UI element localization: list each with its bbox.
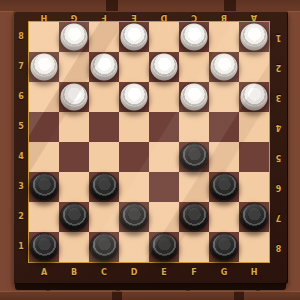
white-piece-a7[interactable] [31, 54, 58, 81]
white-piece-d6[interactable] [121, 84, 148, 111]
rank-label-right-3: 3 [269, 82, 288, 112]
rank-label-right-1: 1 [269, 22, 288, 52]
black-piece-a1[interactable] [31, 234, 58, 261]
rank-label-right-7: 7 [269, 202, 288, 232]
rank-label-right-6: 6 [269, 172, 288, 202]
rank-label-left-5: 5 [13, 112, 29, 142]
file-labels-top: HGFEDCBA [29, 11, 269, 22]
file-label-top-d: D [149, 13, 179, 21]
file-label-bottom-f: F [179, 269, 209, 277]
white-piece-g7[interactable] [211, 54, 238, 81]
rank-label-left-8: 8 [13, 22, 29, 52]
black-piece-f4[interactable] [181, 144, 208, 171]
black-piece-e1[interactable] [151, 234, 178, 261]
black-piece-d2[interactable] [121, 204, 148, 231]
black-piece-c1[interactable] [91, 234, 118, 261]
file-label-top-f: F [89, 13, 119, 21]
file-label-top-a: A [239, 13, 269, 21]
rank-label-left-7: 7 [13, 52, 29, 82]
file-label-top-h: H [29, 13, 59, 21]
file-label-top-g: G [59, 13, 89, 21]
file-label-bottom-g: G [209, 269, 239, 277]
board-side-edge [15, 284, 286, 290]
rank-labels-right: 12345678 [269, 22, 288, 262]
file-label-bottom-d: D [119, 269, 149, 277]
black-piece-b2[interactable] [61, 204, 88, 231]
white-piece-h8[interactable] [241, 24, 268, 51]
file-label-bottom-c: C [89, 269, 119, 277]
checkers-board: HGFEDCBA ABCDEFGH 87654321 12345678 [13, 11, 288, 284]
white-piece-e7[interactable] [151, 54, 178, 81]
pieces-layer [29, 22, 269, 262]
black-piece-g3[interactable] [211, 174, 238, 201]
black-piece-h2[interactable] [241, 204, 268, 231]
white-piece-d8[interactable] [121, 24, 148, 51]
black-piece-a3[interactable] [31, 174, 58, 201]
white-piece-f8[interactable] [181, 24, 208, 51]
rank-label-right-5: 5 [269, 142, 288, 172]
black-piece-g1[interactable] [211, 234, 238, 261]
rank-label-right-8: 8 [269, 232, 288, 262]
white-piece-b8[interactable] [61, 24, 88, 51]
black-piece-c3[interactable] [91, 174, 118, 201]
wood-background: HGFEDCBA ABCDEFGH 87654321 12345678 [0, 0, 300, 300]
rank-label-left-3: 3 [13, 172, 29, 202]
file-label-top-e: E [119, 13, 149, 21]
file-labels-bottom: ABCDEFGH [29, 262, 269, 284]
rank-labels-left: 87654321 [13, 22, 29, 262]
rank-label-left-6: 6 [13, 82, 29, 112]
file-label-top-b: B [209, 13, 239, 21]
file-label-bottom-h: H [239, 269, 269, 277]
white-piece-b6[interactable] [61, 84, 88, 111]
rank-label-left-4: 4 [13, 142, 29, 172]
white-piece-c7[interactable] [91, 54, 118, 81]
file-label-bottom-b: B [59, 269, 89, 277]
black-piece-f2[interactable] [181, 204, 208, 231]
white-piece-h6[interactable] [241, 84, 268, 111]
rank-label-right-4: 4 [269, 112, 288, 142]
white-piece-f6[interactable] [181, 84, 208, 111]
file-label-bottom-a: A [29, 269, 59, 277]
file-label-bottom-e: E [149, 269, 179, 277]
rank-label-left-2: 2 [13, 202, 29, 232]
rank-label-left-1: 1 [13, 232, 29, 262]
rank-label-right-2: 2 [269, 52, 288, 82]
file-label-top-c: C [179, 13, 209, 21]
